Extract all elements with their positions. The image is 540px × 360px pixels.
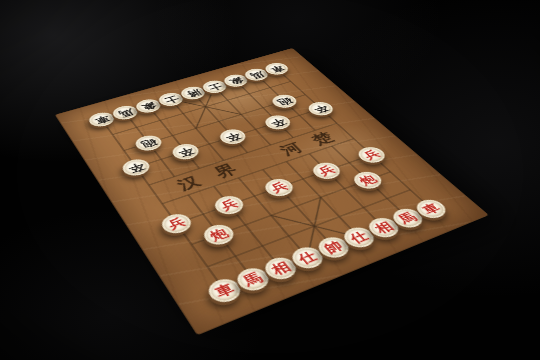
xiangqi-board: 汉 界 河 楚 車馬象士將士象馬車砲砲卒卒卒卒卒兵兵兵兵兵炮炮車馬相仕帥仕相馬車: [55, 48, 489, 335]
piece-character: 卒: [126, 161, 146, 174]
piece-character: 砲: [139, 137, 158, 149]
piece-character: 相: [269, 260, 293, 277]
piece-character: 馬: [248, 70, 266, 79]
piece-character: 兵: [166, 216, 188, 231]
piece-character: 象: [227, 76, 245, 85]
piece-character: 馬: [116, 107, 134, 118]
piece-character: 將: [184, 88, 202, 98]
piece-character: 車: [93, 114, 111, 125]
piece-character: 兵: [361, 149, 382, 161]
piece-character: 卒: [176, 146, 196, 158]
piece-character: 相: [372, 220, 395, 235]
piece-character: 士: [162, 94, 180, 104]
piece-character: 兵: [268, 181, 289, 194]
piece-character: 象: [139, 101, 157, 111]
piece-character: 卒: [311, 103, 330, 113]
piece-character: 士: [206, 82, 224, 92]
piece-character: 兵: [218, 198, 240, 212]
piece-character: 炮: [357, 174, 379, 187]
piece-character: 炮: [208, 227, 230, 242]
piece-character: 兵: [316, 164, 337, 177]
piece-character: 仕: [296, 250, 320, 266]
piece-character: 車: [268, 64, 286, 73]
scene: 汉 界 河 楚 車馬象士將士象馬車砲砲卒卒卒卒卒兵兵兵兵兵炮炮車馬相仕帥仕相馬車: [0, 0, 540, 360]
piece-character: 帥: [322, 239, 346, 255]
piece-character: 馬: [396, 211, 419, 226]
piece-character: 砲: [275, 96, 294, 106]
piece-character: 馬: [241, 271, 265, 288]
piece-character: 仕: [347, 230, 370, 245]
piece-character: 車: [212, 282, 236, 300]
piece-character: 車: [420, 202, 443, 216]
piece-character: 卒: [223, 131, 242, 142]
piece-character: 卒: [268, 117, 287, 128]
